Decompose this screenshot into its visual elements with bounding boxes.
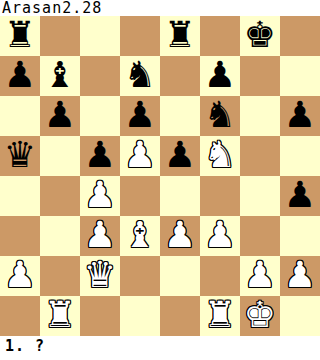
black-rook-piece[interactable]: ♜ [4, 16, 36, 55]
square-c4[interactable]: ♟ [80, 176, 120, 216]
square-g5[interactable] [240, 136, 280, 176]
white-knight-piece[interactable]: ♞ [204, 136, 236, 175]
square-f5[interactable]: ♞ [200, 136, 240, 176]
white-pawn-piece[interactable]: ♟ [244, 256, 276, 295]
square-b6[interactable]: ♟ [40, 96, 80, 136]
chess-board: ♜♜♚♟♝♞♟♟♟♞♟♛♟♟♟♞♟♟♟♝♟♟♟♛♟♟♜♜♚ [0, 16, 320, 336]
square-h3[interactable] [280, 216, 320, 256]
square-b7[interactable]: ♝ [40, 56, 80, 96]
square-c2[interactable]: ♛ [80, 256, 120, 296]
white-pawn-piece[interactable]: ♟ [284, 256, 316, 295]
square-a6[interactable] [0, 96, 40, 136]
white-pawn-piece[interactable]: ♟ [124, 136, 156, 175]
black-pawn-piece[interactable]: ♟ [84, 136, 116, 175]
square-d3[interactable]: ♝ [120, 216, 160, 256]
square-g2[interactable]: ♟ [240, 256, 280, 296]
square-a5[interactable]: ♛ [0, 136, 40, 176]
square-a4[interactable] [0, 176, 40, 216]
white-bishop-piece[interactable]: ♝ [124, 216, 156, 255]
square-g6[interactable] [240, 96, 280, 136]
square-h7[interactable] [280, 56, 320, 96]
black-queen-piece[interactable]: ♛ [4, 136, 36, 175]
square-e4[interactable] [160, 176, 200, 216]
square-f7[interactable]: ♟ [200, 56, 240, 96]
white-pawn-piece[interactable]: ♟ [84, 216, 116, 255]
white-king-piece[interactable]: ♚ [244, 296, 276, 335]
square-b4[interactable] [40, 176, 80, 216]
square-b1[interactable]: ♜ [40, 296, 80, 336]
square-f2[interactable] [200, 256, 240, 296]
black-pawn-piece[interactable]: ♟ [284, 96, 316, 135]
square-c7[interactable] [80, 56, 120, 96]
square-c3[interactable]: ♟ [80, 216, 120, 256]
status-bar: 1. ? [0, 336, 320, 360]
square-e3[interactable]: ♟ [160, 216, 200, 256]
square-d8[interactable] [120, 16, 160, 56]
square-e2[interactable] [160, 256, 200, 296]
square-d5[interactable]: ♟ [120, 136, 160, 176]
square-g8[interactable]: ♚ [240, 16, 280, 56]
square-h4[interactable]: ♟ [280, 176, 320, 216]
square-a8[interactable]: ♜ [0, 16, 40, 56]
square-b8[interactable] [40, 16, 80, 56]
square-h5[interactable] [280, 136, 320, 176]
black-king-piece[interactable]: ♚ [244, 16, 276, 55]
square-g4[interactable] [240, 176, 280, 216]
square-f6[interactable]: ♞ [200, 96, 240, 136]
black-pawn-piece[interactable]: ♟ [44, 96, 76, 135]
square-f1[interactable]: ♜ [200, 296, 240, 336]
square-e7[interactable] [160, 56, 200, 96]
black-pawn-piece[interactable]: ♟ [124, 96, 156, 135]
window-title: Arasan2.28 [0, 0, 102, 16]
square-d6[interactable]: ♟ [120, 96, 160, 136]
square-b3[interactable] [40, 216, 80, 256]
square-e5[interactable]: ♟ [160, 136, 200, 176]
square-h1[interactable] [280, 296, 320, 336]
black-pawn-piece[interactable]: ♟ [284, 176, 316, 215]
square-h8[interactable] [280, 16, 320, 56]
white-pawn-piece[interactable]: ♟ [84, 176, 116, 215]
square-h2[interactable]: ♟ [280, 256, 320, 296]
square-d2[interactable] [120, 256, 160, 296]
white-rook-piece[interactable]: ♜ [44, 296, 76, 335]
black-pawn-piece[interactable]: ♟ [204, 56, 236, 95]
white-pawn-piece[interactable]: ♟ [4, 256, 36, 295]
square-b5[interactable] [40, 136, 80, 176]
square-c1[interactable] [80, 296, 120, 336]
square-a7[interactable]: ♟ [0, 56, 40, 96]
square-c8[interactable] [80, 16, 120, 56]
square-e8[interactable]: ♜ [160, 16, 200, 56]
square-e6[interactable] [160, 96, 200, 136]
white-pawn-piece[interactable]: ♟ [204, 216, 236, 255]
square-h6[interactable]: ♟ [280, 96, 320, 136]
square-g1[interactable]: ♚ [240, 296, 280, 336]
white-rook-piece[interactable]: ♜ [204, 296, 236, 335]
square-b2[interactable] [40, 256, 80, 296]
square-a1[interactable] [0, 296, 40, 336]
black-knight-piece[interactable]: ♞ [124, 56, 156, 95]
black-bishop-piece[interactable]: ♝ [44, 56, 76, 95]
square-a2[interactable]: ♟ [0, 256, 40, 296]
square-g7[interactable] [240, 56, 280, 96]
square-f3[interactable]: ♟ [200, 216, 240, 256]
black-pawn-piece[interactable]: ♟ [4, 56, 36, 95]
chess-app-window: Arasan2.28 ♜♜♚♟♝♞♟♟♟♞♟♛♟♟♟♞♟♟♟♝♟♟♟♛♟♟♜♜♚… [0, 0, 320, 360]
square-d7[interactable]: ♞ [120, 56, 160, 96]
square-d1[interactable] [120, 296, 160, 336]
square-c5[interactable]: ♟ [80, 136, 120, 176]
square-a3[interactable] [0, 216, 40, 256]
white-queen-piece[interactable]: ♛ [84, 256, 116, 295]
square-d4[interactable] [120, 176, 160, 216]
square-e1[interactable] [160, 296, 200, 336]
title-bar: Arasan2.28 [0, 0, 320, 16]
square-f4[interactable] [200, 176, 240, 216]
square-g3[interactable] [240, 216, 280, 256]
black-knight-piece[interactable]: ♞ [204, 96, 236, 135]
black-rook-piece[interactable]: ♜ [164, 16, 196, 55]
square-f8[interactable] [200, 16, 240, 56]
white-pawn-piece[interactable]: ♟ [164, 216, 196, 255]
square-c6[interactable] [80, 96, 120, 136]
move-prompt: 1. ? [0, 336, 45, 356]
black-pawn-piece[interactable]: ♟ [164, 136, 196, 175]
